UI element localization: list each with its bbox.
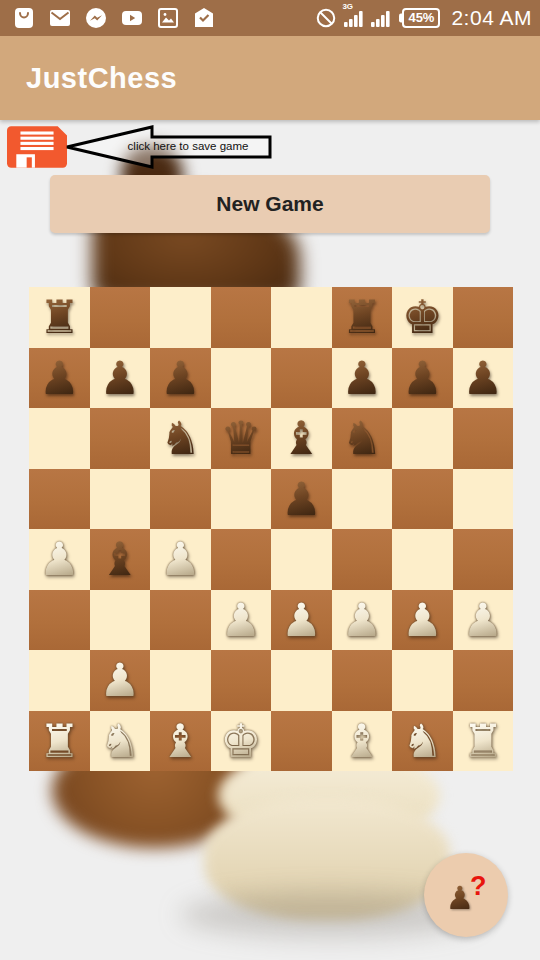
square-d3[interactable]: ♟ <box>211 590 272 651</box>
square-a5[interactable] <box>29 469 90 530</box>
network-type-label: 3G <box>342 2 353 11</box>
square-h7[interactable]: ♟ <box>453 348 514 409</box>
square-g5[interactable] <box>392 469 453 530</box>
square-a3[interactable] <box>29 590 90 651</box>
gallery-icon <box>156 6 180 30</box>
piece-white-pawn: ♟ <box>99 657 140 703</box>
piece-black-pawn: ♟ <box>462 355 503 401</box>
new-game-button[interactable]: New Game <box>50 175 490 233</box>
square-b7[interactable]: ♟ <box>90 348 151 409</box>
square-f8[interactable]: ♜ <box>332 287 393 348</box>
square-h5[interactable] <box>453 469 514 530</box>
square-a7[interactable]: ♟ <box>29 348 90 409</box>
square-f6[interactable]: ♞ <box>332 408 393 469</box>
square-g4[interactable] <box>392 529 453 590</box>
battery-percent: 45% <box>408 10 434 25</box>
square-b1[interactable]: ♞ <box>90 711 151 772</box>
square-c7[interactable]: ♟ <box>150 348 211 409</box>
square-h3[interactable]: ♟ <box>453 590 514 651</box>
piece-white-bishop: ♝ <box>160 718 201 764</box>
clock-time: 2:04 AM <box>451 6 532 30</box>
piece-black-pawn: ♟ <box>39 355 80 401</box>
app-screen: 3G 45% 2:04 AM JustChess <box>0 0 540 960</box>
piece-black-king: ♚ <box>402 294 443 340</box>
piece-black-pawn: ♟ <box>281 476 322 522</box>
square-d1[interactable]: ♚ <box>211 711 272 772</box>
piece-white-bishop: ♝ <box>341 718 382 764</box>
save-annotation-text: click here to save game <box>108 140 268 152</box>
pawn-icon: ♟ <box>445 882 474 914</box>
square-h6[interactable] <box>453 408 514 469</box>
piece-black-knight: ♞ <box>160 415 201 461</box>
square-h8[interactable] <box>453 287 514 348</box>
piece-white-pawn: ♟ <box>39 536 80 582</box>
battery-icon: 45% <box>402 8 440 28</box>
square-b4[interactable]: ♝ <box>90 529 151 590</box>
square-d2[interactable] <box>211 650 272 711</box>
signal-icon <box>371 10 391 27</box>
chess-board: ♜♜♚♟♟♟♟♟♟♞♛♝♞♟♟♝♟♟♟♟♟♟♟♜♞♝♚♝♞♜ <box>29 287 513 771</box>
square-a4[interactable]: ♟ <box>29 529 90 590</box>
square-f2[interactable] <box>332 650 393 711</box>
app-header: JustChess <box>0 36 540 120</box>
square-c8[interactable] <box>150 287 211 348</box>
hint-fab-button[interactable]: ♟ ? <box>424 853 508 937</box>
square-e4[interactable] <box>271 529 332 590</box>
piece-white-rook: ♜ <box>39 718 80 764</box>
square-f3[interactable]: ♟ <box>332 590 393 651</box>
square-f1[interactable]: ♝ <box>332 711 393 772</box>
square-c6[interactable]: ♞ <box>150 408 211 469</box>
square-b5[interactable] <box>90 469 151 530</box>
youtube-icon <box>120 6 144 30</box>
piece-black-pawn: ♟ <box>341 355 382 401</box>
signal-3g-icon: 3G <box>344 10 364 27</box>
square-e1[interactable] <box>271 711 332 772</box>
square-c3[interactable] <box>150 590 211 651</box>
square-g6[interactable] <box>392 408 453 469</box>
square-f7[interactable]: ♟ <box>332 348 393 409</box>
battery-nub <box>399 14 402 23</box>
mail-icon <box>48 6 72 30</box>
piece-black-pawn: ♟ <box>160 355 201 401</box>
system-status-icons: 3G 45% 2:04 AM <box>315 6 532 30</box>
square-c2[interactable] <box>150 650 211 711</box>
piece-white-rook: ♜ <box>462 718 503 764</box>
piece-white-pawn: ♟ <box>281 597 322 643</box>
square-f5[interactable] <box>332 469 393 530</box>
square-e6[interactable]: ♝ <box>271 408 332 469</box>
square-b8[interactable] <box>90 287 151 348</box>
square-a2[interactable] <box>29 650 90 711</box>
square-h2[interactable] <box>453 650 514 711</box>
square-e7[interactable] <box>271 348 332 409</box>
piece-white-king: ♚ <box>220 718 261 764</box>
piece-white-knight: ♞ <box>99 718 140 764</box>
square-c5[interactable] <box>150 469 211 530</box>
square-b2[interactable]: ♟ <box>90 650 151 711</box>
square-c4[interactable]: ♟ <box>150 529 211 590</box>
piece-white-pawn: ♟ <box>220 597 261 643</box>
square-g7[interactable]: ♟ <box>392 348 453 409</box>
piece-black-bishop: ♝ <box>281 415 322 461</box>
square-h4[interactable] <box>453 529 514 590</box>
square-e2[interactable] <box>271 650 332 711</box>
save-game-button[interactable] <box>7 126 67 168</box>
page-title: JustChess <box>26 62 177 95</box>
square-g3[interactable]: ♟ <box>392 590 453 651</box>
square-a6[interactable] <box>29 408 90 469</box>
piece-white-pawn: ♟ <box>402 597 443 643</box>
new-game-label: New Game <box>216 192 323 215</box>
piece-white-pawn: ♟ <box>462 597 503 643</box>
notification-icons <box>12 6 216 30</box>
square-d6[interactable]: ♛ <box>211 408 272 469</box>
square-d4[interactable] <box>211 529 272 590</box>
square-b6[interactable] <box>90 408 151 469</box>
square-d8[interactable] <box>211 287 272 348</box>
square-g1[interactable]: ♞ <box>392 711 453 772</box>
piece-white-pawn: ♟ <box>341 597 382 643</box>
inbox-check-icon <box>192 6 216 30</box>
messenger-icon <box>84 6 108 30</box>
square-h1[interactable]: ♜ <box>453 711 514 772</box>
square-g2[interactable] <box>392 650 453 711</box>
piece-black-bishop: ♝ <box>99 536 140 582</box>
square-c1[interactable]: ♝ <box>150 711 211 772</box>
piece-black-rook: ♜ <box>341 294 382 340</box>
piece-black-pawn: ♟ <box>402 355 443 401</box>
square-e8[interactable] <box>271 287 332 348</box>
status-bar: 3G 45% 2:04 AM <box>0 0 540 36</box>
piece-white-knight: ♞ <box>402 718 443 764</box>
square-a1[interactable]: ♜ <box>29 711 90 772</box>
piece-black-pawn: ♟ <box>99 355 140 401</box>
piece-black-rook: ♜ <box>39 294 80 340</box>
square-a8[interactable]: ♜ <box>29 287 90 348</box>
piece-black-knight: ♞ <box>341 415 382 461</box>
piece-black-queen: ♛ <box>220 415 261 461</box>
piece-white-pawn: ♟ <box>160 536 201 582</box>
square-f4[interactable] <box>332 529 393 590</box>
square-d7[interactable] <box>211 348 272 409</box>
save-annotation-arrow: click here to save game <box>64 123 274 171</box>
square-g8[interactable]: ♚ <box>392 287 453 348</box>
square-e5[interactable]: ♟ <box>271 469 332 530</box>
square-b3[interactable] <box>90 590 151 651</box>
square-d5[interactable] <box>211 469 272 530</box>
square-e3[interactable]: ♟ <box>271 590 332 651</box>
bag-icon <box>12 6 36 30</box>
floppy-disk-icon <box>7 126 67 168</box>
block-icon <box>315 7 337 29</box>
